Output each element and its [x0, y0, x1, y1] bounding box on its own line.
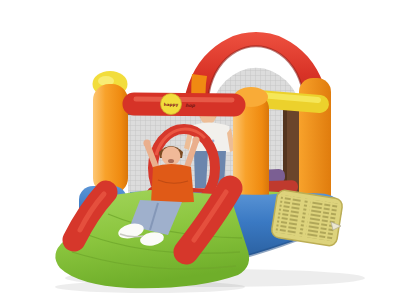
warning-label [271, 189, 344, 247]
brand-logo-text: happy [164, 102, 179, 107]
front-bar-red: happy hop [134, 94, 234, 115]
child-inside-jeans [194, 151, 208, 188]
product-photo-bounce-house: happy hop [0, 0, 397, 297]
pillar-front-left [93, 71, 129, 194]
bounce-house-illustration: happy hop [0, 0, 397, 297]
brand-logo-suffix: hop [185, 103, 195, 108]
